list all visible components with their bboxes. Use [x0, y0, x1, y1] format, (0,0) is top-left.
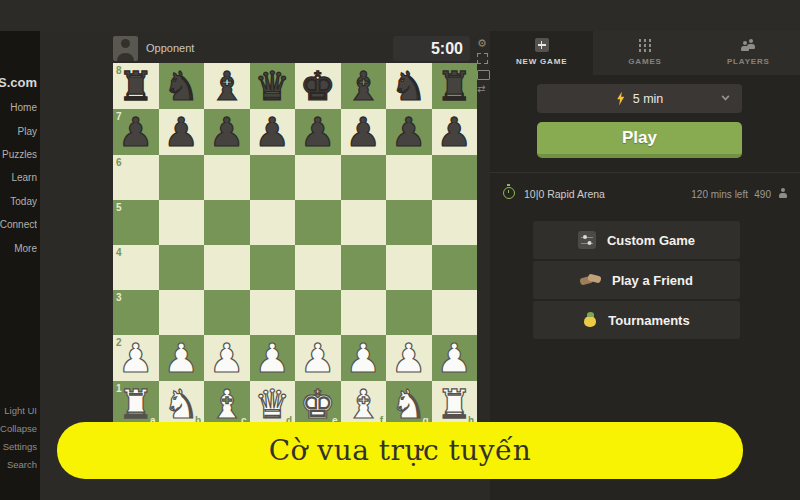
black-pawn[interactable]: ♟ — [432, 109, 478, 155]
gear-icon[interactable] — [477, 37, 490, 50]
square-c7[interactable]: ♟ — [204, 109, 250, 155]
white-pawn[interactable]: ♟ — [432, 335, 478, 381]
black-queen[interactable]: ♛ — [250, 63, 296, 109]
square-e1[interactable]: e♚ — [295, 381, 341, 427]
plus-square-icon — [535, 38, 549, 52]
sidebar: CHESS.com Home Play Puzzles Learn Today … — [0, 31, 40, 500]
square-c5[interactable] — [204, 200, 250, 245]
handshake-icon — [580, 273, 601, 287]
square-f1[interactable]: f♝ — [341, 381, 387, 427]
opponent-name: Opponent — [146, 42, 194, 54]
square-a8[interactable]: 8♜ — [113, 63, 159, 109]
caption-banner: Cờ vua trực tuyến — [57, 422, 743, 479]
rank-label: 2 — [116, 337, 122, 348]
rank-label: 5 — [116, 202, 122, 213]
square-e8[interactable]: ♚ — [295, 63, 341, 109]
square-f7[interactable]: ♟ — [341, 109, 387, 155]
sidebar-item-collapse[interactable]: Collapse — [0, 423, 37, 434]
square-c1[interactable]: c♝ — [204, 381, 250, 427]
square-c8[interactable]: ♝ — [204, 63, 250, 109]
square-f5[interactable] — [341, 200, 387, 245]
square-b2[interactable]: ♟ — [159, 335, 205, 381]
opponent-avatar[interactable] — [113, 36, 138, 61]
square-d2[interactable]: ♟ — [250, 335, 296, 381]
square-d3[interactable] — [250, 290, 296, 335]
sidebar-item-today[interactable]: Today — [0, 196, 37, 207]
square-a5[interactable]: 5 — [113, 200, 159, 245]
square-f2[interactable]: ♟ — [341, 335, 387, 381]
trophy-icon — [583, 312, 597, 328]
square-a6[interactable]: 6 — [113, 155, 159, 200]
grid-icon — [638, 38, 652, 52]
players-icon — [739, 38, 757, 52]
square-g2[interactable]: ♟ — [386, 335, 432, 381]
fullscreen-icon[interactable] — [477, 53, 490, 66]
white-pawn[interactable]: ♟ — [250, 335, 296, 381]
square-f3[interactable] — [341, 290, 387, 335]
black-bishop[interactable]: ♝ — [341, 63, 387, 109]
arena-row[interactable]: 10|0 Rapid Arena 120 mins left 490 — [490, 183, 800, 205]
square-a1[interactable]: 1a♜ — [113, 381, 159, 427]
square-b8[interactable]: ♞ — [159, 63, 205, 109]
caption-text: Cờ vua trực tuyến — [269, 434, 532, 467]
tab-games[interactable]: GAMES — [593, 31, 696, 75]
square-c6[interactable] — [204, 155, 250, 200]
sidebar-item-play[interactable]: Play — [0, 126, 37, 137]
square-c4[interactable] — [204, 245, 250, 290]
square-g7[interactable]: ♟ — [386, 109, 432, 155]
square-e6[interactable] — [295, 155, 341, 200]
opponent-clock: 5:00 — [393, 36, 470, 61]
sidebar-item-home[interactable]: Home — [0, 102, 37, 113]
square-h7[interactable]: ♟ — [432, 109, 478, 155]
square-h5[interactable] — [432, 200, 478, 245]
square-d8[interactable]: ♛ — [250, 63, 296, 109]
person-icon — [778, 188, 787, 198]
square-f4[interactable] — [341, 245, 387, 290]
sidebar-item-more[interactable]: More — [0, 243, 37, 254]
square-d5[interactable] — [250, 200, 296, 245]
black-pawn[interactable]: ♟ — [250, 109, 296, 155]
square-e7[interactable]: ♟ — [295, 109, 341, 155]
chess-board[interactable]: 8♜♞♝♛♚♝♞♜7♟♟♟♟♟♟♟♟65432♟♟♟♟♟♟♟♟1a♜b♞c♝d♛… — [113, 63, 477, 427]
square-a4[interactable]: 4 — [113, 245, 159, 290]
black-pawn[interactable]: ♟ — [204, 109, 250, 155]
square-h8[interactable]: ♜ — [432, 63, 478, 109]
sidebar-item-learn[interactable]: Learn — [0, 172, 37, 183]
square-h3[interactable] — [432, 290, 478, 335]
chess-com-logo[interactable]: CHESS.com — [0, 75, 37, 90]
lightning-bolt-icon — [616, 92, 626, 106]
tab-new-game-label: NEW GAME — [516, 57, 567, 66]
sidebar-item-connect[interactable]: Connect — [0, 219, 37, 230]
square-e5[interactable] — [295, 200, 341, 245]
arena-time-left: 120 mins left — [691, 189, 748, 200]
square-a3[interactable]: 3 — [113, 290, 159, 335]
black-pawn[interactable]: ♟ — [159, 109, 205, 155]
rank-label: 7 — [116, 111, 122, 122]
white-pawn[interactable]: ♟ — [341, 335, 387, 381]
white-pawn[interactable]: ♟ — [295, 335, 341, 381]
black-bishop[interactable]: ♝ — [204, 63, 250, 109]
square-h2[interactable]: ♟ — [432, 335, 478, 381]
rank-label: 4 — [116, 247, 122, 258]
tournaments-label: Tournaments — [608, 313, 689, 328]
tab-games-label: GAMES — [628, 57, 661, 66]
square-g5[interactable] — [386, 200, 432, 245]
top-strip — [0, 0, 800, 31]
white-pawn[interactable]: ♟ — [386, 335, 432, 381]
black-pawn[interactable]: ♟ — [341, 109, 387, 155]
square-b7[interactable]: ♟ — [159, 109, 205, 155]
square-d1[interactable]: d♛ — [250, 381, 296, 427]
square-e3[interactable] — [295, 290, 341, 335]
square-f8[interactable]: ♝ — [341, 63, 387, 109]
sliders-icon — [578, 231, 596, 249]
square-b6[interactable] — [159, 155, 205, 200]
sidebar-item-light-ui[interactable]: Light UI — [0, 405, 37, 416]
square-h6[interactable] — [432, 155, 478, 200]
rank-label: 1 — [116, 383, 122, 394]
theatre-mode-icon[interactable] — [477, 69, 490, 82]
square-g6[interactable] — [386, 155, 432, 200]
white-pawn[interactable]: ♟ — [159, 335, 205, 381]
stopwatch-icon — [503, 187, 515, 199]
square-g8[interactable]: ♞ — [386, 63, 432, 109]
custom-game-button[interactable]: Custom Game — [533, 221, 740, 259]
black-rook[interactable]: ♜ — [432, 63, 478, 109]
play-a-friend-label: Play a Friend — [612, 273, 693, 288]
black-knight[interactable]: ♞ — [386, 63, 432, 109]
square-h1[interactable]: h♜ — [432, 381, 478, 427]
square-f6[interactable] — [341, 155, 387, 200]
square-b3[interactable] — [159, 290, 205, 335]
tab-new-game[interactable]: NEW GAME — [490, 31, 593, 75]
flip-board-icon[interactable] — [477, 82, 490, 95]
black-pawn[interactable]: ♟ — [386, 109, 432, 155]
rank-label: 8 — [116, 65, 122, 76]
white-pawn[interactable]: ♟ — [204, 335, 250, 381]
square-d4[interactable] — [250, 245, 296, 290]
arena-name: 10|0 Rapid Arena — [524, 188, 605, 200]
tab-players[interactable]: PLAYERS — [697, 31, 800, 75]
square-b5[interactable] — [159, 200, 205, 245]
chevron-down-icon — [722, 93, 730, 101]
time-control-value: 5 min — [633, 92, 664, 106]
square-h4[interactable] — [432, 245, 478, 290]
square-c2[interactable]: ♟ — [204, 335, 250, 381]
square-e2[interactable]: ♟ — [295, 335, 341, 381]
play-button[interactable]: Play — [537, 122, 742, 158]
square-g1[interactable]: g♞ — [386, 381, 432, 427]
black-king[interactable]: ♚ — [295, 63, 341, 109]
black-pawn[interactable]: ♟ — [295, 109, 341, 155]
tab-players-label: PLAYERS — [727, 57, 770, 66]
play-a-friend-button[interactable]: Play a Friend — [533, 261, 740, 299]
tournaments-button[interactable]: Tournaments — [533, 301, 740, 339]
sidebar-item-search[interactable]: Search — [0, 459, 37, 470]
custom-game-label: Custom Game — [607, 233, 695, 248]
square-g4[interactable] — [386, 245, 432, 290]
square-c3[interactable] — [204, 290, 250, 335]
sidebar-item-settings[interactable]: Settings — [0, 441, 37, 452]
square-e4[interactable] — [295, 245, 341, 290]
square-a7[interactable]: 7♟ — [113, 109, 159, 155]
square-d7[interactable]: ♟ — [250, 109, 296, 155]
panel-divider — [490, 172, 800, 173]
square-g3[interactable] — [386, 290, 432, 335]
square-a2[interactable]: 2♟ — [113, 335, 159, 381]
square-b1[interactable]: b♞ — [159, 381, 205, 427]
rank-label: 6 — [116, 157, 122, 168]
square-d6[interactable] — [250, 155, 296, 200]
black-knight[interactable]: ♞ — [159, 63, 205, 109]
square-b4[interactable] — [159, 245, 205, 290]
sidebar-item-puzzles[interactable]: Puzzles — [0, 149, 37, 160]
rank-label: 3 — [116, 292, 122, 303]
panel-tabs: NEW GAME GAMES PLAYERS — [490, 31, 800, 75]
arena-player-count: 490 — [754, 189, 771, 200]
time-control-select[interactable]: 5 min — [537, 84, 742, 113]
